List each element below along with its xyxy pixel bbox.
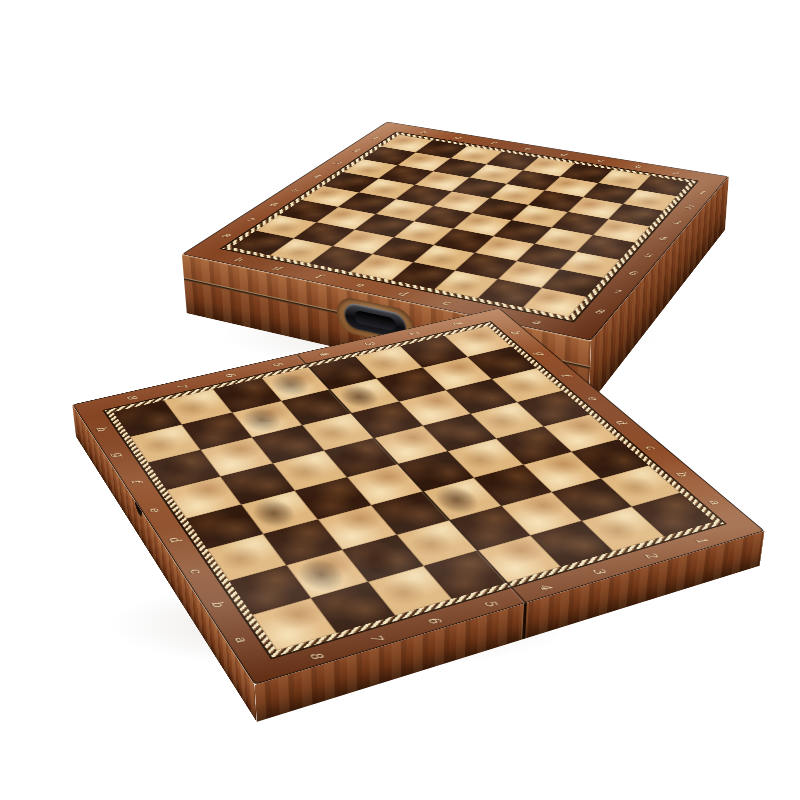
board-square — [182, 413, 252, 450]
board-square — [453, 213, 511, 236]
board-square — [374, 426, 448, 464]
board-square — [523, 157, 575, 176]
open-chess-board-scene: hhggffeeddccbbaa1122334455667788♜♞♝♟♚♛♟♜… — [0, 0, 800, 800]
board-square — [213, 378, 281, 413]
board-square — [372, 237, 433, 262]
black-knight-glyph: ♞ — [146, 414, 202, 473]
black-rook-glyph: ♜ — [113, 369, 163, 422]
piece-shadow — [427, 482, 487, 518]
open-board-front-face — [72, 405, 256, 722]
board-square — [318, 505, 397, 550]
board-square — [309, 246, 372, 272]
file-label: g — [111, 451, 128, 458]
board-square — [279, 200, 338, 222]
rank-label: 3 — [671, 219, 682, 225]
board-square — [528, 190, 583, 212]
board-square — [415, 171, 470, 191]
file-label: a — [706, 498, 724, 506]
board-square — [423, 414, 496, 451]
rank-label: 5 — [270, 361, 285, 367]
board-square — [148, 450, 221, 490]
board-square — [434, 271, 498, 299]
board-square — [434, 229, 494, 253]
file-label: c — [595, 158, 605, 163]
piece-shadow — [245, 495, 303, 532]
board-square — [397, 520, 478, 566]
board-square — [632, 493, 714, 537]
box-lid-board-right-face — [589, 176, 729, 405]
rank-label: 2 — [350, 148, 361, 153]
board-square — [167, 476, 242, 518]
file-label: f — [488, 141, 496, 145]
file-label: c — [187, 566, 205, 574]
file-label: a — [671, 170, 681, 175]
board-square — [478, 536, 561, 583]
board-square — [294, 222, 355, 246]
white-bishop-glyph: ♝ — [392, 402, 461, 475]
board-square — [490, 184, 545, 205]
board-square — [396, 185, 452, 206]
board-square — [295, 477, 371, 519]
board-square — [333, 230, 394, 254]
board-square — [542, 269, 604, 297]
board-square — [582, 507, 664, 552]
board-square — [498, 261, 560, 288]
file-label: g — [452, 135, 463, 139]
board-square — [350, 254, 413, 280]
board-square — [450, 506, 531, 551]
board-square — [355, 214, 414, 237]
board-square — [552, 479, 632, 521]
board-square — [496, 426, 571, 464]
board-square — [232, 401, 302, 437]
board-square — [113, 400, 182, 436]
board-square — [317, 207, 376, 230]
file-label: e — [353, 281, 366, 288]
board-square — [474, 465, 552, 506]
board-square — [593, 219, 650, 243]
piece-shadow — [402, 455, 460, 489]
rope-inlay-border — [221, 132, 698, 322]
board-square — [470, 164, 523, 184]
piece-shadow — [116, 404, 167, 435]
board-ground-shadow — [110, 580, 570, 670]
white-pawn-glyph: ♟ — [331, 417, 372, 461]
piece-shadow — [328, 442, 384, 475]
board-square — [577, 235, 635, 260]
piece-shadow — [265, 370, 316, 399]
file-label: f — [129, 478, 145, 484]
file-label: h — [232, 256, 246, 263]
board-square — [517, 244, 577, 269]
piece-shadow — [333, 382, 386, 411]
product-photo-canvas: hhggffeeddccbbaa1122334455667788 hhggffe… — [0, 0, 800, 800]
board-square — [220, 463, 294, 504]
board-square — [507, 170, 560, 190]
board-square — [392, 262, 455, 289]
closed-chess-box-scene: hhggffeeddccbbaa1122334455667788 — [0, 0, 800, 800]
board-square — [517, 391, 590, 427]
board-square — [583, 183, 637, 204]
board-square — [598, 169, 650, 189]
black-pawn-glyph: ♟ — [239, 382, 277, 422]
board-square — [270, 238, 333, 263]
board-square — [544, 414, 619, 451]
piece-shadow — [575, 443, 635, 476]
rank-label: 7 — [244, 217, 257, 223]
file-label: e — [147, 506, 165, 514]
rank-label: 1 — [369, 136, 380, 140]
board-square — [273, 451, 347, 491]
rank-label: 1 — [697, 189, 707, 194]
rank-label: 1 — [693, 536, 711, 545]
board-square — [201, 437, 273, 476]
board-square — [359, 178, 415, 199]
board-square — [433, 158, 486, 177]
board-square — [601, 465, 681, 506]
rank-label: 8 — [124, 394, 140, 401]
file-label: d — [558, 152, 568, 157]
board-square — [381, 135, 433, 153]
rank-label: 7 — [610, 288, 622, 295]
board-square — [637, 176, 689, 196]
file-label: d — [396, 290, 410, 297]
white-pawn-glyph: ♟ — [248, 470, 291, 516]
file-label: d — [166, 535, 184, 544]
rank-label: 3 — [590, 566, 609, 575]
file-label: h — [94, 425, 110, 432]
board-square — [343, 159, 397, 178]
piece-shadow — [346, 539, 408, 579]
board-square — [416, 140, 468, 158]
box-ground-shadow — [225, 300, 655, 370]
board-square — [302, 413, 374, 450]
board-square — [568, 197, 623, 219]
rank-label: 3 — [331, 160, 343, 165]
piece-shadow — [216, 381, 267, 410]
white-queen-glyph: ♛ — [464, 405, 543, 489]
board-square — [492, 368, 563, 402]
board-square — [379, 165, 434, 185]
file-label: g — [271, 264, 285, 271]
rank-label: 4 — [657, 235, 668, 241]
board-square — [523, 452, 601, 492]
file-label: b — [673, 470, 690, 478]
board-square — [351, 402, 423, 438]
rank-label: 6 — [626, 269, 638, 276]
board-square — [572, 439, 649, 478]
board-square — [455, 253, 517, 279]
board-square — [414, 206, 472, 229]
board-square — [397, 152, 450, 171]
file-label: c — [643, 444, 659, 451]
board-square — [371, 491, 449, 534]
board-square — [231, 231, 294, 255]
board-square — [623, 190, 677, 211]
board-square — [347, 464, 423, 505]
board-square — [130, 425, 200, 463]
board-square — [363, 147, 416, 165]
rank-label: 4 — [311, 173, 323, 178]
board-square — [452, 178, 507, 199]
rank-label: 2 — [642, 551, 661, 560]
rank-label: 4 — [536, 582, 555, 591]
file-label: e — [585, 395, 601, 401]
board-square — [530, 521, 613, 567]
board-square — [330, 378, 400, 413]
rank-label: 2 — [684, 204, 695, 210]
rank-label: 7 — [174, 383, 190, 389]
file-label: b — [632, 164, 642, 169]
white-knight-glyph: ♞ — [344, 502, 401, 562]
board-square — [186, 505, 263, 549]
board-square — [399, 390, 470, 426]
board-square — [376, 199, 434, 221]
piece-shadow — [151, 454, 205, 488]
rank-label: 5 — [642, 252, 654, 259]
white-rook-glyph: ♜ — [575, 405, 629, 462]
board-square — [164, 389, 232, 425]
board-square — [377, 368, 446, 402]
board-square — [446, 379, 517, 414]
checkerboard-grid — [231, 135, 689, 317]
file-label: f — [559, 373, 573, 378]
board-square — [535, 228, 593, 252]
rank-label: 6 — [267, 201, 280, 207]
board-square — [256, 215, 317, 238]
file-label: d — [613, 419, 630, 426]
board-square — [394, 221, 454, 245]
white-king-glyph: ♚ — [410, 412, 495, 502]
board-square — [433, 191, 489, 213]
board-square — [560, 252, 620, 278]
board-square — [494, 220, 552, 244]
piece-shadow — [478, 469, 538, 504]
rank-label: 6 — [223, 372, 239, 378]
board-square — [342, 535, 423, 582]
piece-shadow — [235, 405, 288, 436]
clasp-notch — [135, 501, 143, 521]
white-rook-glyph: ♜ — [287, 515, 347, 578]
board-square — [413, 245, 475, 271]
board-square — [263, 519, 342, 565]
board-square — [560, 163, 612, 183]
board-square — [511, 205, 568, 228]
board-square — [301, 186, 358, 207]
board-square — [501, 492, 581, 535]
board-square — [608, 204, 663, 226]
board-square — [472, 198, 528, 220]
file-label: e — [522, 146, 532, 151]
file-label: h — [418, 130, 429, 134]
board-fold-seam — [296, 354, 527, 604]
board-square — [207, 534, 286, 581]
board-square — [241, 491, 318, 534]
board-square — [545, 177, 599, 198]
board-square — [451, 146, 503, 164]
file-label: f — [313, 273, 324, 279]
rank-label: 5 — [289, 187, 301, 192]
board-square — [323, 172, 379, 192]
board-square — [471, 402, 544, 438]
board-square — [252, 425, 324, 463]
board-square — [448, 439, 524, 478]
board-square — [486, 152, 538, 171]
board-square — [281, 390, 351, 426]
rank-label: 8 — [219, 232, 233, 238]
board-square — [398, 451, 474, 491]
board-square — [552, 212, 609, 235]
board-square — [475, 236, 535, 261]
board-square — [324, 438, 398, 477]
board-square — [262, 367, 330, 401]
board-square — [423, 478, 501, 520]
board-square — [338, 192, 396, 214]
